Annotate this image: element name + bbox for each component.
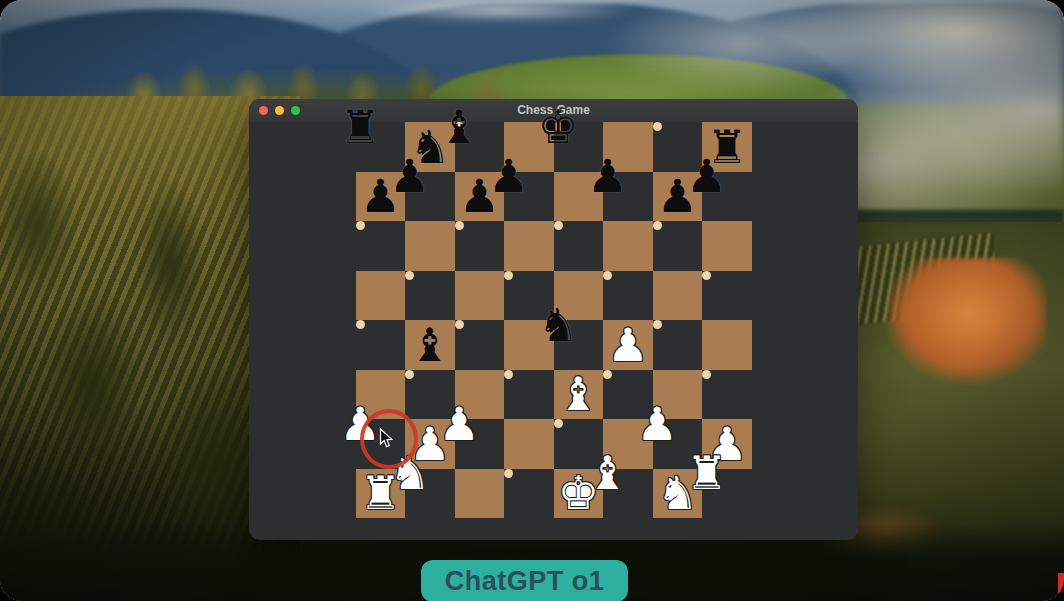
square-d6[interactable] — [504, 221, 554, 271]
piece-white-rook[interactable]: ♜ — [686, 450, 727, 496]
square-h3[interactable] — [702, 370, 711, 379]
square-h5[interactable] — [702, 271, 711, 280]
mouse-cursor — [379, 428, 394, 449]
caption-badge: ChatGPT o1 — [421, 560, 628, 601]
square-f1[interactable]: ♝ — [603, 469, 612, 478]
mountains-silhouette — [0, 4, 1064, 104]
square-c5[interactable] — [455, 271, 505, 321]
square-b3[interactable] — [405, 370, 414, 379]
square-f5[interactable] — [603, 271, 612, 280]
square-a4[interactable] — [356, 320, 365, 329]
chess-board[interactable]: ♜♞♝♚♜♟♟♟♟♟♟♟♝♞♟♝♟♟♟♟♟♜♞♚♝♞♜ — [356, 122, 752, 518]
square-d5[interactable] — [504, 271, 513, 280]
piece-black-knight[interactable]: ♞ — [537, 302, 578, 348]
square-e8[interactable]: ♚ — [554, 122, 563, 131]
square-b7[interactable]: ♟ — [405, 172, 414, 181]
square-c1[interactable] — [455, 469, 505, 519]
caption-label: ChatGPT o1 — [445, 566, 605, 597]
square-f6[interactable] — [603, 221, 653, 271]
square-d1[interactable] — [504, 469, 513, 478]
square-f7[interactable]: ♟ — [603, 172, 612, 181]
piece-white-bishop[interactable]: ♝ — [587, 450, 628, 496]
square-a6[interactable] — [356, 221, 365, 230]
piece-black-king[interactable]: ♚ — [537, 104, 578, 150]
square-c4[interactable] — [455, 320, 464, 329]
piece-white-bishop[interactable]: ♝ — [558, 371, 599, 417]
square-e4[interactable]: ♞ — [554, 320, 563, 329]
piece-black-pawn[interactable]: ♟ — [587, 153, 628, 199]
piece-black-pawn[interactable]: ♟ — [389, 153, 430, 199]
square-g8[interactable] — [653, 122, 662, 131]
square-h7[interactable]: ♟ — [702, 172, 711, 181]
square-e2[interactable] — [554, 419, 563, 428]
piece-black-pawn[interactable]: ♟ — [686, 153, 727, 199]
square-f3[interactable] — [603, 370, 612, 379]
piece-black-bishop[interactable]: ♝ — [438, 104, 479, 150]
square-g2[interactable]: ♟ — [653, 419, 662, 428]
square-b5[interactable] — [405, 271, 414, 280]
square-e3[interactable]: ♝ — [554, 370, 604, 420]
piece-black-rook[interactable]: ♜ — [339, 104, 380, 150]
piece-black-bishop[interactable]: ♝ — [409, 322, 450, 368]
square-f4[interactable]: ♟ — [603, 320, 653, 370]
piece-white-pawn[interactable]: ♟ — [438, 401, 479, 447]
right-ridge — [824, 210, 1064, 256]
square-g4[interactable] — [653, 320, 662, 329]
square-b4[interactable]: ♝ — [405, 320, 455, 370]
square-d7[interactable]: ♟ — [504, 172, 513, 181]
piece-white-pawn[interactable]: ♟ — [636, 401, 677, 447]
square-e6[interactable] — [554, 221, 563, 230]
square-c6[interactable] — [455, 221, 464, 230]
progress-marker — [1058, 573, 1064, 601]
square-b6[interactable] — [405, 221, 455, 271]
square-d2[interactable] — [504, 419, 554, 469]
video-frame: Chess Game ♜♞♝♚♜♟♟♟♟♟♟♟♝♞♟♝♟♟♟♟♟♜♞♚♝♞♜ C… — [0, 0, 1064, 601]
right-hillside — [824, 222, 1064, 601]
chess-window: Chess Game ♜♞♝♚♜♟♟♟♟♟♟♟♝♞♟♝♟♟♟♟♟♜♞♚♝♞♜ — [249, 99, 858, 540]
square-g5[interactable] — [653, 271, 703, 321]
square-g6[interactable] — [653, 221, 662, 230]
square-b1[interactable]: ♞ — [405, 469, 414, 478]
square-h1[interactable]: ♜ — [702, 469, 711, 478]
square-h6[interactable] — [702, 221, 752, 271]
square-c2[interactable]: ♟ — [455, 419, 464, 428]
piece-white-pawn[interactable]: ♟ — [607, 322, 648, 368]
fog-wisp — [300, 0, 700, 34]
square-h4[interactable] — [702, 320, 752, 370]
square-d3[interactable] — [504, 370, 513, 379]
square-c8[interactable]: ♝ — [455, 122, 464, 131]
square-a8[interactable]: ♜ — [356, 122, 365, 131]
square-a5[interactable] — [356, 271, 406, 321]
autumn-tree — [886, 258, 1046, 383]
piece-black-pawn[interactable]: ♟ — [488, 153, 529, 199]
